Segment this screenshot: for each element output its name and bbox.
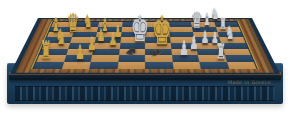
embossed-pattern-band xyxy=(15,86,274,101)
chessboard xyxy=(10,18,281,74)
board-square xyxy=(145,62,173,69)
board-inner-line xyxy=(31,21,259,69)
board-square xyxy=(61,62,90,69)
board-outer-frame xyxy=(10,18,281,74)
chess-set-photo: Made in Greece ♜♞♝♛♞♝♟♟♟♟♟♚♚♟♟♟♛♝♞♜♟♞♜♞♞ xyxy=(0,0,290,116)
board-square xyxy=(89,62,118,69)
board-bronze-border xyxy=(15,19,274,73)
board-grid xyxy=(34,22,257,69)
maker-stamp: Made in Greece xyxy=(228,80,271,85)
board-square xyxy=(226,62,256,69)
board-square xyxy=(199,62,228,69)
board-square xyxy=(172,62,201,69)
board-square xyxy=(117,62,145,69)
board-square xyxy=(34,62,64,69)
